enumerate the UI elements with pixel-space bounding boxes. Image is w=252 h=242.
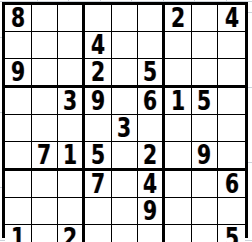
cell-r8c3[interactable] [58, 198, 85, 225]
cell-r2c7[interactable] [165, 32, 192, 59]
cell-r5c2[interactable] [32, 115, 59, 142]
given-digit: 9 [197, 142, 211, 168]
cell-r3c1[interactable]: 9 [5, 59, 32, 88]
given-digit: 9 [91, 88, 105, 114]
cell-r7c1[interactable] [5, 171, 32, 198]
given-digit: 4 [91, 32, 105, 58]
cell-r5c9[interactable] [218, 115, 245, 142]
cell-r5c6[interactable] [138, 115, 165, 142]
cell-r1c2[interactable] [32, 5, 59, 32]
cell-r5c5[interactable]: 3 [112, 115, 139, 142]
cell-r7c4[interactable]: 7 [85, 171, 112, 198]
cell-r6c8[interactable]: 9 [192, 142, 219, 171]
given-digit: 5 [225, 225, 239, 242]
given-digit: 4 [225, 5, 239, 31]
cell-r1c5[interactable] [112, 5, 139, 32]
given-digit: 6 [143, 88, 157, 114]
cell-r5c4[interactable] [85, 115, 112, 142]
cell-r5c7[interactable] [165, 115, 192, 142]
cell-r2c1[interactable] [5, 32, 32, 59]
given-digit: 5 [91, 142, 105, 168]
spreadsheet-background: 8244925396153715297469125 [0, 0, 252, 242]
cell-r2c4[interactable]: 4 [85, 32, 112, 59]
cell-r8c1[interactable] [5, 198, 32, 225]
cell-r4c8[interactable]: 5 [192, 88, 219, 115]
cell-r7c6[interactable]: 4 [138, 171, 165, 198]
cell-r6c9[interactable] [218, 142, 245, 171]
cell-r7c3[interactable] [58, 171, 85, 198]
cell-r9c7[interactable] [165, 225, 192, 242]
cell-r3c5[interactable] [112, 59, 139, 88]
given-digit: 5 [197, 88, 211, 114]
cell-r4c2[interactable] [32, 88, 59, 115]
cell-r6c1[interactable] [5, 142, 32, 171]
cell-r3c3[interactable] [58, 59, 85, 88]
cell-r5c8[interactable] [192, 115, 219, 142]
cell-r2c6[interactable] [138, 32, 165, 59]
cell-r3c2[interactable] [32, 59, 59, 88]
cell-r9c2[interactable] [32, 225, 59, 242]
cell-r9c9[interactable]: 5 [218, 225, 245, 242]
cell-r2c2[interactable] [32, 32, 59, 59]
given-digit: 9 [11, 59, 25, 85]
cell-r7c9[interactable]: 6 [218, 171, 245, 198]
cell-r8c8[interactable] [192, 198, 219, 225]
cell-r2c8[interactable] [192, 32, 219, 59]
cell-r4c5[interactable] [112, 88, 139, 115]
cell-r2c9[interactable] [218, 32, 245, 59]
given-digit: 7 [91, 171, 105, 197]
given-digit: 6 [225, 171, 239, 197]
given-digit: 1 [11, 225, 25, 242]
cell-r8c2[interactable] [32, 198, 59, 225]
cell-r8c9[interactable] [218, 198, 245, 225]
cell-r9c3[interactable]: 2 [58, 225, 85, 242]
cell-r4c1[interactable] [5, 88, 32, 115]
cell-r3c7[interactable] [165, 59, 192, 88]
cell-r6c4[interactable]: 5 [85, 142, 112, 171]
cell-r6c2[interactable]: 7 [32, 142, 59, 171]
cell-r8c4[interactable] [85, 198, 112, 225]
cell-r5c1[interactable] [5, 115, 32, 142]
given-digit: 1 [63, 142, 77, 168]
sheet-gridline [248, 87, 252, 88]
given-digit: 2 [63, 225, 77, 242]
cell-r3c9[interactable] [218, 59, 245, 88]
given-digit: 9 [143, 198, 157, 224]
cell-r9c6[interactable] [138, 225, 165, 242]
cell-r1c1[interactable]: 8 [5, 5, 32, 32]
sheet-gridline [248, 162, 252, 163]
cell-r6c7[interactable] [165, 142, 192, 171]
given-digit: 5 [143, 59, 157, 85]
cell-r8c5[interactable] [112, 198, 139, 225]
given-digit: 2 [91, 59, 105, 85]
given-digit: 4 [143, 171, 157, 197]
cell-r6c6[interactable]: 2 [138, 142, 165, 171]
sheet-gridline [248, 12, 252, 13]
given-digit: 2 [171, 5, 185, 31]
given-digit: 1 [171, 88, 185, 114]
cell-r9c1[interactable]: 1 [5, 225, 32, 242]
sudoku-board: 8244925396153715297469125 [2, 2, 248, 238]
cell-r1c8[interactable] [192, 5, 219, 32]
cell-r9c5[interactable] [112, 225, 139, 242]
given-digit: 3 [117, 115, 131, 141]
cell-r6c5[interactable] [112, 142, 139, 171]
cell-r4c7[interactable]: 1 [165, 88, 192, 115]
cell-r1c7[interactable]: 2 [165, 5, 192, 32]
given-digit: 2 [143, 142, 157, 168]
cell-r1c4[interactable] [85, 5, 112, 32]
cell-r1c6[interactable] [138, 5, 165, 32]
cell-r8c6[interactable]: 9 [138, 198, 165, 225]
cell-r4c9[interactable] [218, 88, 245, 115]
given-digit: 3 [63, 88, 77, 114]
cell-r4c4[interactable]: 9 [85, 88, 112, 115]
cell-r2c5[interactable] [112, 32, 139, 59]
cell-r6c3[interactable]: 1 [58, 142, 85, 171]
cell-r9c4[interactable] [85, 225, 112, 242]
cell-r1c9[interactable]: 4 [218, 5, 245, 32]
cell-r7c5[interactable] [112, 171, 139, 198]
cell-r5c3[interactable] [58, 115, 85, 142]
given-digit: 7 [37, 142, 51, 168]
cell-r3c8[interactable] [192, 59, 219, 88]
cell-r2c3[interactable] [58, 32, 85, 59]
cell-r4c6[interactable]: 6 [138, 88, 165, 115]
cell-r3c4[interactable]: 2 [85, 59, 112, 88]
cell-r7c2[interactable] [32, 171, 59, 198]
cell-r3c6[interactable]: 5 [138, 59, 165, 88]
given-digit: 8 [11, 5, 25, 31]
cell-r4c3[interactable]: 3 [58, 88, 85, 115]
cell-r9c8[interactable] [192, 225, 219, 242]
cell-r8c7[interactable] [165, 198, 192, 225]
cell-r1c3[interactable] [58, 5, 85, 32]
cell-r7c7[interactable] [165, 171, 192, 198]
cell-r7c8[interactable] [192, 171, 219, 198]
